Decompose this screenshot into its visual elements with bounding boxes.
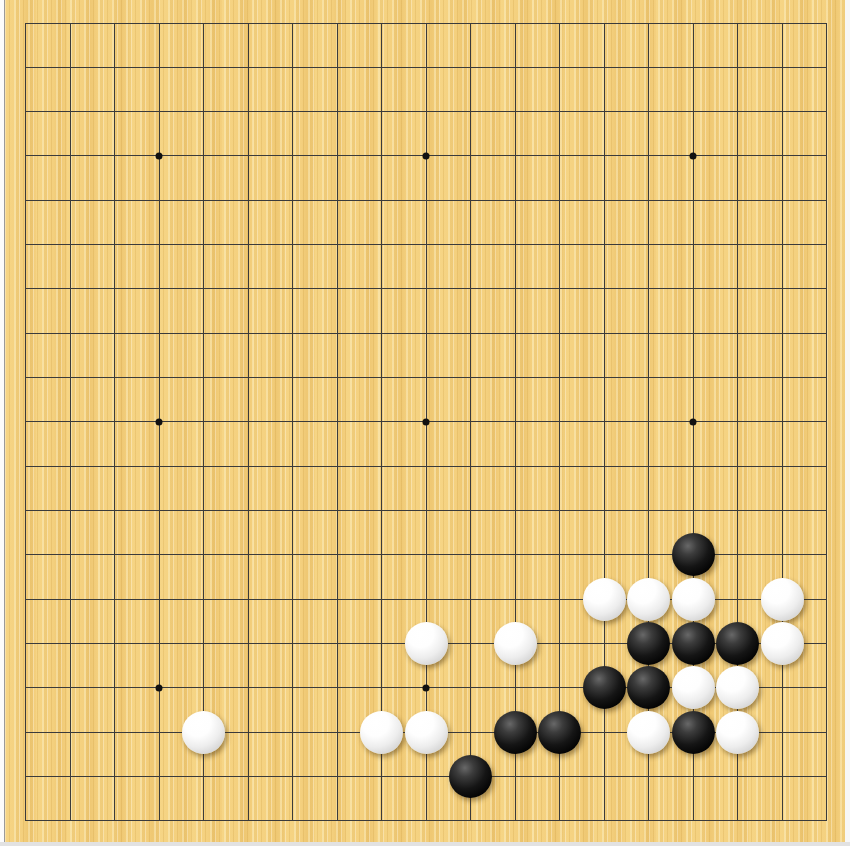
stone-white[interactable]: ○ [627, 711, 670, 754]
stone-black[interactable]: ● [494, 711, 537, 754]
stone-white[interactable]: ○ [405, 622, 448, 665]
board-intersections[interactable]: ●○○○○○○●●●○●●○○○○○●●○●○● [3, 1, 849, 843]
stone-white[interactable]: ○ [761, 578, 804, 621]
stone-white[interactable]: ○ [672, 666, 715, 709]
go-board[interactable]: ●○○○○○○●●●○●●○○○○○●●○●○● [5, 0, 845, 842]
stone-black[interactable]: ● [583, 666, 626, 709]
stone-white[interactable]: ○ [761, 622, 804, 665]
stone-black[interactable]: ● [672, 533, 715, 576]
stone-white[interactable]: ○ [494, 622, 537, 665]
stone-white[interactable]: ○ [405, 711, 448, 754]
stone-black[interactable]: ● [627, 622, 670, 665]
stone-black[interactable]: ● [627, 666, 670, 709]
stone-white[interactable]: ○ [583, 578, 626, 621]
stone-black[interactable]: ● [672, 711, 715, 754]
stone-black[interactable]: ● [716, 622, 759, 665]
stone-white[interactable]: ○ [716, 711, 759, 754]
stone-white[interactable]: ○ [360, 711, 403, 754]
stone-black[interactable]: ● [538, 711, 581, 754]
stone-white[interactable]: ○ [182, 711, 225, 754]
stone-black[interactable]: ● [449, 755, 492, 798]
stone-black[interactable]: ● [672, 622, 715, 665]
goban-page: ●○○○○○○●●●○●●○○○○○●●○●○● [0, 0, 850, 846]
stone-white[interactable]: ○ [672, 578, 715, 621]
stone-white[interactable]: ○ [627, 578, 670, 621]
stone-white[interactable]: ○ [716, 666, 759, 709]
